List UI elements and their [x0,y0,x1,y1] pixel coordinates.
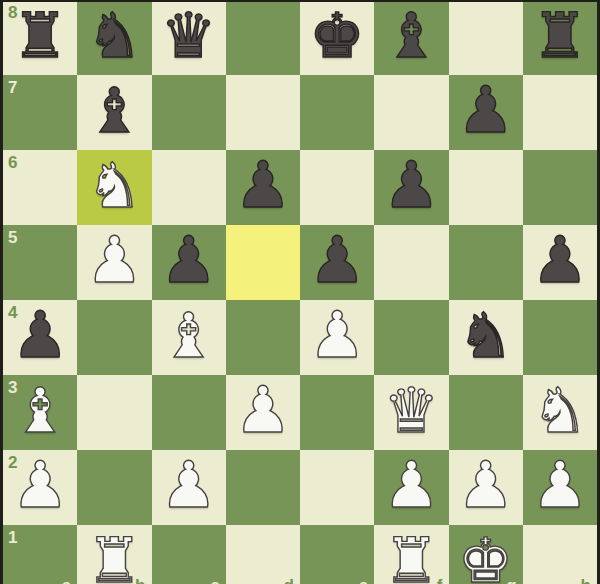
square-f5[interactable] [374,225,448,300]
square-b8[interactable]: ♞ [77,0,151,75]
square-h2[interactable]: ♟ [523,450,597,525]
black-pawn-piece[interactable]: ♟ [11,298,68,373]
black-pawn-piece[interactable]: ♟ [308,223,365,298]
file-label-d: d [284,577,294,584]
square-g6[interactable] [449,150,523,225]
square-b4[interactable] [77,300,151,375]
square-d1[interactable]: d [226,525,300,584]
black-pawn-piece[interactable]: ♟ [234,148,291,223]
black-pawn-piece[interactable]: ♟ [531,223,588,298]
white-pawn-piece[interactable]: ♟ [160,448,217,523]
square-a2[interactable]: 2♟ [3,450,77,525]
white-bishop-piece[interactable]: ♝ [12,373,68,448]
black-pawn-piece[interactable]: ♟ [383,148,440,223]
square-e7[interactable] [300,75,374,150]
square-d4[interactable] [226,300,300,375]
square-d7[interactable] [226,75,300,150]
file-label-h: h [581,577,591,584]
white-rook-piece[interactable]: ♜ [384,523,440,584]
square-a3[interactable]: 3♝ [3,375,77,450]
square-f3[interactable]: ♛ [374,375,448,450]
square-c4[interactable]: ♝ [152,300,226,375]
square-b2[interactable] [77,450,151,525]
square-f1[interactable]: f♜ [374,525,448,584]
square-f2[interactable]: ♟ [374,450,448,525]
square-d5[interactable] [226,225,300,300]
square-a4[interactable]: 4♟ [3,300,77,375]
square-b3[interactable] [77,375,151,450]
square-g3[interactable] [449,375,523,450]
square-h8[interactable]: ♜ [523,0,597,75]
square-f8[interactable]: ♝ [374,0,448,75]
chess-app-window: 8♜♞♛♚♝♜7♝♟6♞♟♟5♟♟♟♟4♟♝♟♞3♝♟♛♞2♟♟♟♟♟1ab♜c… [0,0,600,584]
rank-label-1: 1 [8,529,17,546]
square-c2[interactable]: ♟ [152,450,226,525]
square-g8[interactable] [449,0,523,75]
chess-board: 8♜♞♛♚♝♜7♝♟6♞♟♟5♟♟♟♟4♟♝♟♞3♝♟♛♞2♟♟♟♟♟1ab♜c… [3,0,597,584]
square-c7[interactable] [152,75,226,150]
square-c6[interactable] [152,150,226,225]
black-bishop-piece[interactable]: ♝ [384,0,440,73]
square-b1[interactable]: b♜ [77,525,151,584]
file-label-a: a [62,577,71,584]
white-queen-piece[interactable]: ♛ [384,373,440,448]
file-label-c: c [210,577,219,584]
square-d6[interactable]: ♟ [226,150,300,225]
white-king-piece[interactable]: ♚ [458,523,514,584]
square-g4[interactable]: ♞ [449,300,523,375]
black-rook-piece[interactable]: ♜ [532,0,588,73]
rank-label-6: 6 [8,154,17,171]
white-pawn-piece[interactable]: ♟ [234,373,291,448]
black-queen-piece[interactable]: ♛ [161,0,217,73]
square-g5[interactable] [449,225,523,300]
window-edge-left [0,0,3,584]
square-h5[interactable]: ♟ [523,225,597,300]
square-e2[interactable] [300,450,374,525]
window-edge-top [0,0,600,2]
square-a8[interactable]: 8♜ [3,0,77,75]
white-bishop-piece[interactable]: ♝ [161,298,217,373]
square-c8[interactable]: ♛ [152,0,226,75]
square-c3[interactable] [152,375,226,450]
square-c5[interactable]: ♟ [152,225,226,300]
black-king-piece[interactable]: ♚ [309,0,365,73]
white-knight-piece[interactable]: ♞ [532,373,588,448]
square-e6[interactable] [300,150,374,225]
black-pawn-piece[interactable]: ♟ [457,73,514,148]
square-h3[interactable]: ♞ [523,375,597,450]
square-f4[interactable] [374,300,448,375]
white-rook-piece[interactable]: ♜ [87,523,143,584]
square-g1[interactable]: g♚ [449,525,523,584]
white-pawn-piece[interactable]: ♟ [308,298,365,373]
file-label-e: e [359,577,368,584]
rank-label-5: 5 [8,229,17,246]
black-bishop-piece[interactable]: ♝ [87,73,143,148]
square-g2[interactable]: ♟ [449,450,523,525]
square-a5[interactable]: 5 [3,225,77,300]
square-d2[interactable] [226,450,300,525]
square-d8[interactable] [226,0,300,75]
square-g7[interactable]: ♟ [449,75,523,150]
square-h1[interactable]: h [523,525,597,584]
black-knight-piece[interactable]: ♞ [458,298,514,373]
black-knight-piece[interactable]: ♞ [87,0,143,73]
square-h4[interactable] [523,300,597,375]
white-pawn-piece[interactable]: ♟ [86,223,143,298]
square-b7[interactable]: ♝ [77,75,151,150]
square-f6[interactable]: ♟ [374,150,448,225]
white-pawn-piece[interactable]: ♟ [457,448,514,523]
rank-label-7: 7 [8,79,17,96]
square-d3[interactable]: ♟ [226,375,300,450]
square-c1[interactable]: c [152,525,226,584]
square-e8[interactable]: ♚ [300,0,374,75]
square-h7[interactable] [523,75,597,150]
black-rook-piece[interactable]: ♜ [12,0,68,73]
square-h6[interactable] [523,150,597,225]
square-a6[interactable]: 6 [3,150,77,225]
square-e5[interactable]: ♟ [300,225,374,300]
white-pawn-piece[interactable]: ♟ [531,448,588,523]
white-knight-piece[interactable]: ♞ [87,148,143,223]
square-f7[interactable] [374,75,448,150]
square-e3[interactable] [300,375,374,450]
square-a7[interactable]: 7 [3,75,77,150]
white-pawn-piece[interactable]: ♟ [11,448,68,523]
square-e1[interactable]: e [300,525,374,584]
square-b5[interactable]: ♟ [77,225,151,300]
white-pawn-piece[interactable]: ♟ [383,448,440,523]
square-e4[interactable]: ♟ [300,300,374,375]
square-a1[interactable]: 1a [3,525,77,584]
square-b6[interactable]: ♞ [77,150,151,225]
black-pawn-piece[interactable]: ♟ [160,223,217,298]
